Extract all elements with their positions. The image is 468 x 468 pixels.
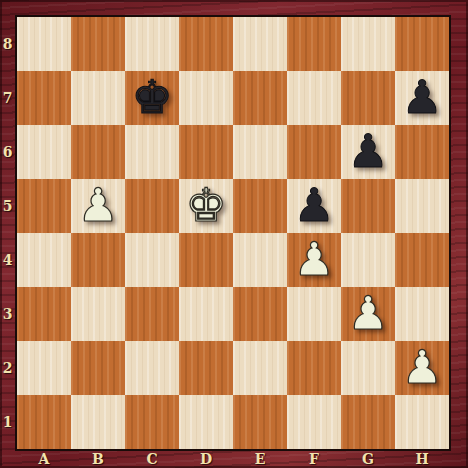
square-c8[interactable]	[125, 17, 179, 71]
square-a6[interactable]	[17, 125, 71, 179]
square-g8[interactable]	[341, 17, 395, 71]
rank-label-6: 6	[0, 125, 15, 179]
file-label-c: C	[125, 450, 179, 468]
square-g1[interactable]	[341, 395, 395, 449]
square-a3[interactable]	[17, 287, 71, 341]
file-label-a: A	[17, 450, 71, 468]
file-label-d: D	[179, 450, 233, 468]
rank-label-7: 7	[0, 71, 15, 125]
black-pawn[interactable]: ♟	[395, 71, 449, 125]
square-f3[interactable]	[287, 287, 341, 341]
square-e8[interactable]	[233, 17, 287, 71]
square-a2[interactable]	[17, 341, 71, 395]
square-f8[interactable]	[287, 17, 341, 71]
rank-labels: 87654321	[0, 17, 15, 449]
square-c2[interactable]	[125, 341, 179, 395]
square-d3[interactable]	[179, 287, 233, 341]
white-pawn[interactable]: ♟	[287, 233, 341, 287]
black-king[interactable]: ♚	[125, 71, 179, 125]
rank-label-8: 8	[0, 17, 15, 71]
square-e7[interactable]	[233, 71, 287, 125]
square-f7[interactable]	[287, 71, 341, 125]
rank-label-4: 4	[0, 233, 15, 287]
square-c6[interactable]	[125, 125, 179, 179]
square-f1[interactable]	[287, 395, 341, 449]
square-d6[interactable]	[179, 125, 233, 179]
square-d4[interactable]	[179, 233, 233, 287]
file-label-e: E	[233, 450, 287, 468]
square-g4[interactable]	[341, 233, 395, 287]
square-c3[interactable]	[125, 287, 179, 341]
square-a7[interactable]	[17, 71, 71, 125]
square-c1[interactable]	[125, 395, 179, 449]
black-pawn[interactable]: ♟	[287, 179, 341, 233]
rank-label-2: 2	[0, 341, 15, 395]
square-e2[interactable]	[233, 341, 287, 395]
square-h1[interactable]	[395, 395, 449, 449]
square-g6[interactable]: ♟	[341, 125, 395, 179]
black-pawn[interactable]: ♟	[341, 125, 395, 179]
square-h4[interactable]	[395, 233, 449, 287]
white-pawn[interactable]: ♟	[341, 287, 395, 341]
white-pawn[interactable]: ♟	[395, 341, 449, 395]
square-h3[interactable]	[395, 287, 449, 341]
square-d1[interactable]	[179, 395, 233, 449]
chess-board: ♚♟♟♟♚♟♟♟♟	[15, 15, 451, 451]
square-g3[interactable]: ♟	[341, 287, 395, 341]
file-label-g: G	[341, 450, 395, 468]
square-b2[interactable]	[71, 341, 125, 395]
square-b7[interactable]	[71, 71, 125, 125]
rank-label-5: 5	[0, 179, 15, 233]
square-a1[interactable]	[17, 395, 71, 449]
white-pawn[interactable]: ♟	[71, 179, 125, 233]
square-e4[interactable]	[233, 233, 287, 287]
square-h7[interactable]: ♟	[395, 71, 449, 125]
square-b8[interactable]	[71, 17, 125, 71]
square-g2[interactable]	[341, 341, 395, 395]
square-a8[interactable]	[17, 17, 71, 71]
square-h5[interactable]	[395, 179, 449, 233]
square-b3[interactable]	[71, 287, 125, 341]
rank-label-1: 1	[0, 395, 15, 449]
white-king[interactable]: ♚	[179, 179, 233, 233]
square-g7[interactable]	[341, 71, 395, 125]
file-label-b: B	[71, 450, 125, 468]
square-d8[interactable]	[179, 17, 233, 71]
square-d7[interactable]	[179, 71, 233, 125]
square-f5[interactable]: ♟	[287, 179, 341, 233]
square-e6[interactable]	[233, 125, 287, 179]
square-f6[interactable]	[287, 125, 341, 179]
file-label-h: H	[395, 450, 449, 468]
square-h8[interactable]	[395, 17, 449, 71]
rank-label-3: 3	[0, 287, 15, 341]
square-b4[interactable]	[71, 233, 125, 287]
board-frame: 87654321 ABCDEFGH ♚♟♟♟♚♟♟♟♟	[0, 0, 468, 468]
square-b1[interactable]	[71, 395, 125, 449]
file-labels: ABCDEFGH	[17, 450, 449, 468]
square-e5[interactable]	[233, 179, 287, 233]
square-b5[interactable]: ♟	[71, 179, 125, 233]
square-a5[interactable]	[17, 179, 71, 233]
file-label-f: F	[287, 450, 341, 468]
square-f4[interactable]: ♟	[287, 233, 341, 287]
square-h2[interactable]: ♟	[395, 341, 449, 395]
square-g5[interactable]	[341, 179, 395, 233]
square-b6[interactable]	[71, 125, 125, 179]
square-f2[interactable]	[287, 341, 341, 395]
square-c4[interactable]	[125, 233, 179, 287]
square-d5[interactable]: ♚	[179, 179, 233, 233]
square-h6[interactable]	[395, 125, 449, 179]
square-c7[interactable]: ♚	[125, 71, 179, 125]
square-d2[interactable]	[179, 341, 233, 395]
square-e1[interactable]	[233, 395, 287, 449]
square-c5[interactable]	[125, 179, 179, 233]
square-a4[interactable]	[17, 233, 71, 287]
square-e3[interactable]	[233, 287, 287, 341]
